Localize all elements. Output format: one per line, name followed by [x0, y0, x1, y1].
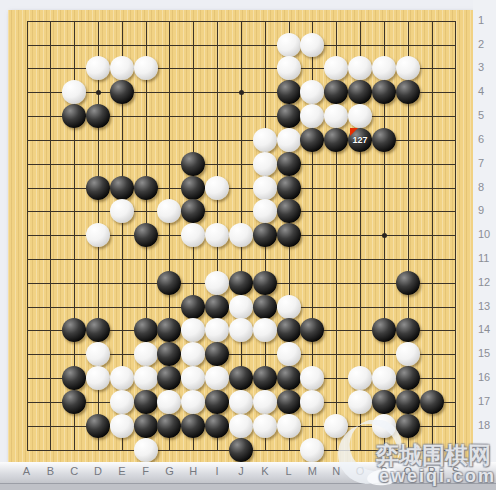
black-stone — [277, 366, 301, 390]
white-stone — [205, 223, 229, 247]
black-stone — [62, 390, 86, 414]
white-stone — [324, 414, 348, 438]
white-stone — [86, 223, 110, 247]
white-stone — [300, 366, 324, 390]
black-stone — [86, 104, 110, 128]
row-label: 18 — [478, 419, 496, 431]
column-label-strip: ABCDEFGHIJKLMNOPQRS — [0, 462, 496, 484]
white-stone — [253, 390, 277, 414]
white-stone — [181, 390, 205, 414]
black-stone — [277, 318, 301, 342]
row-label: 10 — [478, 228, 496, 240]
black-stone — [134, 390, 158, 414]
black-stone — [396, 318, 420, 342]
grid-line-horizontal — [27, 259, 457, 260]
white-stone — [300, 104, 324, 128]
row-label: 5 — [478, 109, 496, 121]
go-board[interactable]: 127 — [8, 10, 473, 462]
white-stone — [253, 128, 277, 152]
row-label: 4 — [478, 85, 496, 97]
white-stone — [372, 366, 396, 390]
black-stone — [181, 199, 205, 223]
black-stone — [229, 438, 253, 462]
star-point — [239, 90, 244, 95]
black-stone — [277, 104, 301, 128]
white-stone — [134, 366, 158, 390]
row-label: 6 — [478, 133, 496, 145]
black-stone — [62, 318, 86, 342]
column-label: S — [446, 465, 464, 477]
column-label: M — [303, 465, 321, 477]
black-stone — [372, 390, 396, 414]
black-stone — [300, 318, 324, 342]
column-label: F — [137, 465, 155, 477]
white-stone — [324, 56, 348, 80]
black-stone — [134, 176, 158, 200]
black-stone — [181, 176, 205, 200]
column-label: P — [375, 465, 393, 477]
black-stone — [277, 223, 301, 247]
row-label: 13 — [478, 300, 496, 312]
row-label: 1 — [478, 14, 496, 26]
black-stone — [62, 104, 86, 128]
black-stone — [86, 414, 110, 438]
white-stone — [229, 318, 253, 342]
white-stone — [86, 342, 110, 366]
white-stone — [277, 342, 301, 366]
black-stone — [134, 223, 158, 247]
white-stone — [253, 199, 277, 223]
white-stone — [205, 318, 229, 342]
white-stone — [300, 438, 324, 462]
white-stone — [277, 33, 301, 57]
row-label: 7 — [478, 157, 496, 169]
white-stone — [157, 199, 181, 223]
white-stone — [110, 366, 134, 390]
black-stone — [420, 390, 444, 414]
black-stone — [396, 366, 420, 390]
black-stone — [324, 80, 348, 104]
row-label: 9 — [478, 204, 496, 216]
black-stone — [277, 152, 301, 176]
bottom-edge-band — [0, 484, 496, 490]
white-stone — [229, 390, 253, 414]
column-label: N — [327, 465, 345, 477]
star-point — [96, 90, 101, 95]
row-label-strip: 12345678910111213141516171819 — [473, 0, 496, 462]
column-label: H — [184, 465, 202, 477]
black-stone — [396, 80, 420, 104]
move-number-label: 127 — [348, 128, 372, 152]
white-stone — [396, 342, 420, 366]
grid-line-vertical — [455, 21, 456, 451]
column-label: B — [41, 465, 59, 477]
black-stone — [396, 271, 420, 295]
column-label: G — [160, 465, 178, 477]
white-stone — [134, 56, 158, 80]
white-stone — [205, 271, 229, 295]
column-label: O — [351, 465, 369, 477]
white-stone — [277, 414, 301, 438]
black-stone — [205, 390, 229, 414]
white-stone — [86, 366, 110, 390]
black-stone — [134, 318, 158, 342]
black-stone — [134, 414, 158, 438]
white-stone — [396, 56, 420, 80]
row-label: 17 — [478, 395, 496, 407]
white-stone — [205, 176, 229, 200]
column-label: D — [89, 465, 107, 477]
white-stone — [181, 342, 205, 366]
white-stone — [277, 128, 301, 152]
black-stone — [253, 366, 277, 390]
black-stone — [253, 223, 277, 247]
white-stone — [300, 390, 324, 414]
column-label: J — [232, 465, 250, 477]
white-stone — [110, 56, 134, 80]
star-point — [382, 233, 387, 238]
go-game-screenshot: 127 12345678910111213141516171819 ABCDEF… — [0, 0, 496, 490]
black-stone — [205, 295, 229, 319]
row-label: 12 — [478, 276, 496, 288]
black-stone — [253, 295, 277, 319]
black-stone — [348, 80, 372, 104]
column-label: K — [256, 465, 274, 477]
row-label: 2 — [478, 38, 496, 50]
black-stone — [253, 271, 277, 295]
row-label: 16 — [478, 371, 496, 383]
black-stone — [86, 176, 110, 200]
black-stone — [205, 414, 229, 438]
white-stone — [181, 318, 205, 342]
black-stone — [157, 414, 181, 438]
white-stone — [205, 366, 229, 390]
white-stone — [372, 414, 396, 438]
row-label: 11 — [478, 252, 496, 264]
white-stone — [372, 56, 396, 80]
white-stone — [348, 390, 372, 414]
black-stone — [229, 271, 253, 295]
row-label: 19 — [478, 443, 496, 455]
black-stone — [157, 318, 181, 342]
black-stone — [110, 80, 134, 104]
black-stone — [181, 295, 205, 319]
white-stone — [181, 223, 205, 247]
white-stone — [134, 438, 158, 462]
white-stone — [110, 199, 134, 223]
white-stone — [253, 176, 277, 200]
white-stone — [62, 80, 86, 104]
white-stone — [324, 104, 348, 128]
white-stone — [277, 56, 301, 80]
black-stone — [372, 318, 396, 342]
black-stone — [372, 128, 396, 152]
black-stone — [229, 366, 253, 390]
row-label: 3 — [478, 61, 496, 73]
white-stone — [86, 56, 110, 80]
black-stone — [110, 176, 134, 200]
white-stone — [348, 104, 372, 128]
black-stone — [157, 366, 181, 390]
black-stone — [396, 390, 420, 414]
white-stone — [300, 80, 324, 104]
column-label: R — [423, 465, 441, 477]
black-stone — [277, 80, 301, 104]
black-stone: 127 — [348, 128, 372, 152]
grid-line-vertical — [432, 21, 433, 451]
column-label: A — [18, 465, 36, 477]
white-stone — [253, 318, 277, 342]
white-stone — [157, 390, 181, 414]
black-stone — [324, 128, 348, 152]
black-stone — [277, 199, 301, 223]
column-label: Q — [399, 465, 417, 477]
black-stone — [396, 414, 420, 438]
white-stone — [277, 295, 301, 319]
white-stone — [181, 366, 205, 390]
white-stone — [348, 366, 372, 390]
black-stone — [181, 414, 205, 438]
black-stone — [277, 176, 301, 200]
white-stone — [110, 414, 134, 438]
white-stone — [253, 414, 277, 438]
black-stone — [181, 152, 205, 176]
black-stone — [300, 128, 324, 152]
white-stone — [229, 414, 253, 438]
black-stone — [277, 390, 301, 414]
black-stone — [157, 342, 181, 366]
black-stone — [372, 80, 396, 104]
white-stone — [300, 33, 324, 57]
white-stone — [348, 56, 372, 80]
black-stone — [205, 342, 229, 366]
row-label: 8 — [478, 181, 496, 193]
white-stone — [110, 390, 134, 414]
column-label: E — [113, 465, 131, 477]
black-stone — [157, 271, 181, 295]
row-label: 14 — [478, 323, 496, 335]
column-label: L — [280, 465, 298, 477]
white-stone — [253, 152, 277, 176]
black-stone — [62, 366, 86, 390]
column-label: C — [65, 465, 83, 477]
white-stone — [229, 295, 253, 319]
row-label: 15 — [478, 347, 496, 359]
white-stone — [134, 342, 158, 366]
column-label: I — [208, 465, 226, 477]
black-stone — [86, 318, 110, 342]
white-stone — [229, 223, 253, 247]
